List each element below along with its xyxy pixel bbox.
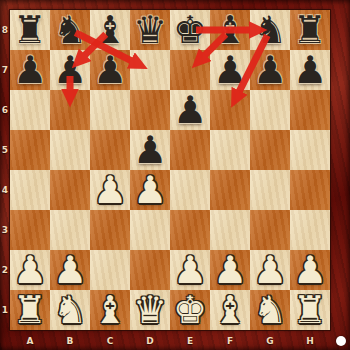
square-b2[interactable]: ♟ (50, 250, 90, 290)
chess-board-frame: ♜♞♝♛♚♝♞♜♟♟♟♟♟♟♟♟♟♟♟♟♟♟♟♟♜♞♝♛♚♝♞♜ 8765432… (0, 0, 350, 350)
piece-white-pawn[interactable]: ♟ (10, 250, 50, 290)
square-d6[interactable] (130, 90, 170, 130)
piece-white-bishop[interactable]: ♝ (90, 290, 130, 330)
piece-black-pawn[interactable]: ♟ (250, 50, 290, 90)
square-b7[interactable]: ♟ (50, 50, 90, 90)
rank-label-6: 6 (0, 90, 10, 130)
square-f7[interactable]: ♟ (210, 50, 250, 90)
piece-white-rook[interactable]: ♜ (290, 290, 330, 330)
square-f4[interactable] (210, 170, 250, 210)
file-label-b: B (50, 333, 90, 348)
piece-black-king[interactable]: ♚ (170, 10, 210, 50)
square-f6[interactable] (210, 90, 250, 130)
square-c3[interactable] (90, 210, 130, 250)
square-c1[interactable]: ♝ (90, 290, 130, 330)
square-e4[interactable] (170, 170, 210, 210)
piece-white-pawn[interactable]: ♟ (50, 250, 90, 290)
square-h7[interactable]: ♟ (290, 50, 330, 90)
square-a8[interactable]: ♜ (10, 10, 50, 50)
square-e6[interactable]: ♟ (170, 90, 210, 130)
square-e1[interactable]: ♚ (170, 290, 210, 330)
rank-label-5: 5 (0, 130, 10, 170)
file-label-e: E (170, 333, 210, 348)
rank-label-3: 3 (0, 210, 10, 250)
square-d2[interactable] (130, 250, 170, 290)
file-label-g: G (250, 333, 290, 348)
rank-label-8: 8 (0, 10, 10, 50)
square-c7[interactable]: ♟ (90, 50, 130, 90)
square-b1[interactable]: ♞ (50, 290, 90, 330)
square-a3[interactable] (10, 210, 50, 250)
piece-black-knight[interactable]: ♞ (50, 10, 90, 50)
square-b6[interactable] (50, 90, 90, 130)
square-a5[interactable] (10, 130, 50, 170)
piece-black-pawn[interactable]: ♟ (90, 50, 130, 90)
square-f8[interactable]: ♝ (210, 10, 250, 50)
square-h4[interactable] (290, 170, 330, 210)
piece-black-pawn[interactable]: ♟ (10, 50, 50, 90)
piece-white-pawn[interactable]: ♟ (210, 250, 250, 290)
square-f5[interactable] (210, 130, 250, 170)
square-g8[interactable]: ♞ (250, 10, 290, 50)
square-e8[interactable]: ♚ (170, 10, 210, 50)
file-label-f: F (210, 333, 250, 348)
square-g3[interactable] (250, 210, 290, 250)
file-label-d: D (130, 333, 170, 348)
piece-white-rook[interactable]: ♜ (10, 290, 50, 330)
piece-white-pawn[interactable]: ♟ (290, 250, 330, 290)
square-d7[interactable] (130, 50, 170, 90)
piece-black-pawn[interactable]: ♟ (290, 50, 330, 90)
square-f2[interactable]: ♟ (210, 250, 250, 290)
file-label-a: A (10, 333, 50, 348)
square-e7[interactable] (170, 50, 210, 90)
square-a7[interactable]: ♟ (10, 50, 50, 90)
piece-white-pawn[interactable]: ♟ (90, 170, 130, 210)
square-b3[interactable] (50, 210, 90, 250)
square-c8[interactable]: ♝ (90, 10, 130, 50)
piece-white-knight[interactable]: ♞ (250, 290, 290, 330)
piece-white-king[interactable]: ♚ (170, 290, 210, 330)
square-d8[interactable]: ♛ (130, 10, 170, 50)
square-e3[interactable] (170, 210, 210, 250)
piece-black-bishop[interactable]: ♝ (90, 10, 130, 50)
square-d1[interactable]: ♛ (130, 290, 170, 330)
square-d5[interactable]: ♟ (130, 130, 170, 170)
piece-black-rook[interactable]: ♜ (10, 10, 50, 50)
square-a6[interactable] (10, 90, 50, 130)
square-g7[interactable]: ♟ (250, 50, 290, 90)
square-e5[interactable] (170, 130, 210, 170)
square-c5[interactable] (90, 130, 130, 170)
square-a2[interactable]: ♟ (10, 250, 50, 290)
square-d3[interactable] (130, 210, 170, 250)
square-b8[interactable]: ♞ (50, 10, 90, 50)
square-h5[interactable] (290, 130, 330, 170)
piece-black-pawn[interactable]: ♟ (50, 50, 90, 90)
rank-label-7: 7 (0, 50, 10, 90)
square-g6[interactable] (250, 90, 290, 130)
square-g4[interactable] (250, 170, 290, 210)
square-c4[interactable]: ♟ (90, 170, 130, 210)
square-d4[interactable]: ♟ (130, 170, 170, 210)
side-to-move-indicator (336, 336, 346, 346)
square-h2[interactable]: ♟ (290, 250, 330, 290)
piece-black-pawn[interactable]: ♟ (210, 50, 250, 90)
square-a1[interactable]: ♜ (10, 290, 50, 330)
rank-label-1: 1 (0, 290, 10, 330)
square-a4[interactable] (10, 170, 50, 210)
square-g5[interactable] (250, 130, 290, 170)
square-h6[interactable] (290, 90, 330, 130)
piece-white-pawn[interactable]: ♟ (170, 250, 210, 290)
piece-white-queen[interactable]: ♛ (130, 290, 170, 330)
square-e2[interactable]: ♟ (170, 250, 210, 290)
piece-white-bishop[interactable]: ♝ (210, 290, 250, 330)
piece-white-pawn[interactable]: ♟ (250, 250, 290, 290)
square-f1[interactable]: ♝ (210, 290, 250, 330)
rank-label-4: 4 (0, 170, 10, 210)
piece-black-knight[interactable]: ♞ (250, 10, 290, 50)
piece-black-bishop[interactable]: ♝ (210, 10, 250, 50)
square-f3[interactable] (210, 210, 250, 250)
file-label-h: H (290, 333, 330, 348)
rank-label-2: 2 (0, 250, 10, 290)
piece-white-knight[interactable]: ♞ (50, 290, 90, 330)
square-c6[interactable] (90, 90, 130, 130)
square-h1[interactable]: ♜ (290, 290, 330, 330)
piece-black-queen[interactable]: ♛ (130, 10, 170, 50)
square-g1[interactable]: ♞ (250, 290, 290, 330)
square-h3[interactable] (290, 210, 330, 250)
square-g2[interactable]: ♟ (250, 250, 290, 290)
piece-black-rook[interactable]: ♜ (290, 10, 330, 50)
piece-black-pawn[interactable]: ♟ (130, 130, 170, 170)
piece-black-pawn[interactable]: ♟ (170, 90, 210, 130)
piece-white-pawn[interactable]: ♟ (130, 170, 170, 210)
chess-board: ♜♞♝♛♚♝♞♜♟♟♟♟♟♟♟♟♟♟♟♟♟♟♟♟♜♞♝♛♚♝♞♜ (10, 10, 330, 330)
square-b5[interactable] (50, 130, 90, 170)
square-h8[interactable]: ♜ (290, 10, 330, 50)
square-c2[interactable] (90, 250, 130, 290)
file-label-c: C (90, 333, 130, 348)
square-b4[interactable] (50, 170, 90, 210)
